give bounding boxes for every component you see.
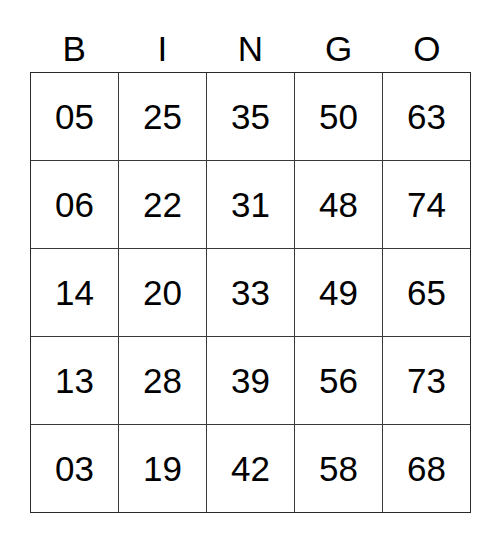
- bingo-cell-r1c3[interactable]: 35: [207, 73, 294, 160]
- bingo-cell-r4c4[interactable]: 56: [295, 337, 382, 424]
- bingo-cell-r2c2[interactable]: 22: [119, 161, 206, 248]
- bingo-cell-r2c3[interactable]: 31: [207, 161, 294, 248]
- bingo-cell-r4c5[interactable]: 73: [383, 337, 470, 424]
- bingo-header: B I N G O: [30, 24, 471, 72]
- bingo-cell-r1c4[interactable]: 50: [295, 73, 382, 160]
- bingo-cell-r3c5[interactable]: 65: [383, 249, 470, 336]
- bingo-cell-r4c3[interactable]: 39: [207, 337, 294, 424]
- column-letter-b: B: [62, 31, 85, 66]
- bingo-cell-r3c3[interactable]: 33: [207, 249, 294, 336]
- column-letter-n: N: [238, 31, 263, 66]
- bingo-cell-r2c5[interactable]: 74: [383, 161, 470, 248]
- bingo-cell-r5c2[interactable]: 19: [119, 425, 206, 512]
- bingo-cell-r1c2[interactable]: 25: [119, 73, 206, 160]
- bingo-grid: 05 25 35 50 63 06 22 31 48 74 14 20 33 4…: [30, 72, 471, 513]
- bingo-cell-r5c5[interactable]: 68: [383, 425, 470, 512]
- bingo-cell-r5c3[interactable]: 42: [207, 425, 294, 512]
- column-letter-g: G: [325, 31, 352, 66]
- bingo-cell-r2c4[interactable]: 48: [295, 161, 382, 248]
- column-letter-o: O: [413, 31, 440, 66]
- bingo-cell-r3c2[interactable]: 20: [119, 249, 206, 336]
- bingo-cell-r5c1[interactable]: 03: [31, 425, 118, 512]
- bingo-cell-r2c1[interactable]: 06: [31, 161, 118, 248]
- bingo-cell-r1c5[interactable]: 63: [383, 73, 470, 160]
- bingo-cell-r3c4[interactable]: 49: [295, 249, 382, 336]
- bingo-cell-r5c4[interactable]: 58: [295, 425, 382, 512]
- bingo-cell-r4c2[interactable]: 28: [119, 337, 206, 424]
- bingo-card: B I N G O 05 25 35 50 63 06 22 31 48 74 …: [0, 0, 500, 544]
- bingo-cell-r3c1[interactable]: 14: [31, 249, 118, 336]
- bingo-cell-r4c1[interactable]: 13: [31, 337, 118, 424]
- bingo-cell-r1c1[interactable]: 05: [31, 73, 118, 160]
- column-letter-i: I: [157, 31, 167, 66]
